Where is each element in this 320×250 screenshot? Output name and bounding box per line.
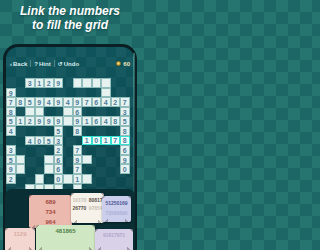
grid-cell[interactable]: 8 <box>120 136 130 146</box>
tray-panel-four-digit: 1129 <box>5 228 35 250</box>
undo-button[interactable]: ↺ Undo <box>58 60 79 67</box>
grid-cell[interactable]: 8 <box>73 126 83 136</box>
grid-cell[interactable]: 6 <box>54 164 64 174</box>
grid-cell[interactable] <box>44 164 54 174</box>
tray-number[interactable]: 481865 <box>55 228 75 235</box>
grid-cell[interactable]: 9 <box>73 116 83 126</box>
grid-cell[interactable] <box>82 78 92 88</box>
back-label: Back <box>13 61 27 67</box>
grid-cell[interactable]: 3 <box>6 145 16 155</box>
grid-cell[interactable]: 4 <box>6 126 16 136</box>
tray-panel-eight-digit-b: 91817971 <box>95 229 133 250</box>
coin-icon <box>116 61 121 66</box>
tray-number: 73588690 <box>105 209 127 217</box>
banner-line-1: Link the numbers <box>0 4 140 18</box>
grid-cell[interactable]: 2 <box>44 78 54 88</box>
grid-cell[interactable]: 8 <box>16 97 26 107</box>
grid-cell[interactable]: 9 <box>6 88 16 98</box>
grid-cell[interactable] <box>44 155 54 165</box>
hint-icon: ? <box>34 61 38 67</box>
grid-cell[interactable]: 8 <box>111 116 121 126</box>
grid-cell[interactable]: 7 <box>120 97 130 107</box>
grid-cell[interactable] <box>35 107 45 117</box>
tray-panel-five-digit: 10178808172677097854 <box>71 193 104 223</box>
toolbar: ‹ Back ? Hint ↺ Undo 60 <box>10 58 130 69</box>
grid-cell[interactable] <box>63 174 73 184</box>
grid-cell[interactable]: 0 <box>92 136 102 146</box>
grid-cell[interactable] <box>63 116 73 126</box>
grid-cell[interactable]: 0 <box>120 164 130 174</box>
tray-number: 1129 <box>13 231 26 238</box>
grid-cell[interactable]: 3 <box>120 107 130 117</box>
grid-cell[interactable]: 9 <box>54 78 64 88</box>
toolbar-divider <box>30 60 31 67</box>
tray-panel-eight-digit-a: 5125016973588690 <box>102 196 131 222</box>
grid-cell[interactable]: 6 <box>120 145 130 155</box>
coin-amount: 60 <box>123 61 130 67</box>
grid-cell[interactable]: 4 <box>101 116 111 126</box>
banner-line-2: to fill the grid <box>0 18 140 32</box>
grid-cell[interactable]: 6 <box>92 97 102 107</box>
grid-cell[interactable]: 9 <box>54 97 64 107</box>
grid-cell[interactable] <box>101 88 111 98</box>
grid-cell[interactable] <box>82 155 92 165</box>
grid-cell[interactable]: 9 <box>6 164 16 174</box>
hint-button[interactable]: ? Hint <box>34 61 50 67</box>
grid-cell[interactable]: 4 <box>101 97 111 107</box>
grid-cell[interactable]: 1 <box>82 116 92 126</box>
grid-cell[interactable]: 6 <box>92 116 102 126</box>
grid-cell[interactable] <box>73 78 83 88</box>
grid-cell[interactable]: 1 <box>35 78 45 88</box>
grid-cell[interactable]: 9 <box>54 116 64 126</box>
grid-cell[interactable]: 0 <box>35 136 45 146</box>
grid-cell[interactable]: 4 <box>63 97 73 107</box>
back-chevron-icon: ‹ <box>10 61 12 67</box>
grid-cell[interactable] <box>82 174 92 184</box>
tray-number: 91817971 <box>103 232 125 239</box>
grid-cell[interactable] <box>92 78 102 88</box>
grid-cell[interactable]: 4 <box>44 97 54 107</box>
grid-cell[interactable]: 2 <box>54 145 64 155</box>
grid-cell[interactable]: 7 <box>111 136 121 146</box>
tray-number[interactable]: 26770 <box>72 205 86 212</box>
grid-cell[interactable]: 5 <box>25 97 35 107</box>
grid-cell[interactable]: 3 <box>54 136 64 146</box>
grid-cell[interactable]: 2 <box>6 174 16 184</box>
tray-number[interactable]: 80817 <box>89 197 103 204</box>
grid-cell[interactable] <box>16 155 26 165</box>
grid-cell[interactable]: 1 <box>101 136 111 146</box>
grid-cell[interactable]: 7 <box>6 97 16 107</box>
grid-cell[interactable]: 9 <box>35 116 45 126</box>
grid-cell[interactable]: 6 <box>54 155 64 165</box>
grid-cell[interactable]: 5 <box>120 116 130 126</box>
grid-cell[interactable]: 5 <box>54 126 64 136</box>
undo-label: Undo <box>64 61 79 67</box>
hint-label: Hint <box>39 61 51 67</box>
number-tray: 6897349641017880817267709785451250169735… <box>5 189 135 250</box>
grid-cell[interactable]: 1 <box>16 116 26 126</box>
coin-counter: 60 <box>116 61 130 67</box>
grid-cell[interactable]: 1 <box>82 136 92 146</box>
back-button[interactable]: ‹ Back <box>10 61 27 67</box>
grid-cell[interactable]: 3 <box>25 78 35 88</box>
grid-cell[interactable]: 2 <box>111 97 121 107</box>
grid-cell[interactable]: 5 <box>44 136 54 146</box>
grid-cell[interactable]: 4 <box>25 136 35 146</box>
grid-cell[interactable] <box>16 164 26 174</box>
ad-banner: Link the numbers to fill the grid <box>0 4 140 32</box>
grid-cell[interactable]: 0 <box>54 174 64 184</box>
grid-cell[interactable]: 2 <box>25 116 35 126</box>
grid-cell[interactable] <box>63 107 73 117</box>
grid-cell[interactable]: 7 <box>73 164 83 174</box>
grid-cell[interactable]: 1 <box>73 174 83 184</box>
undo-icon: ↺ <box>58 60 63 67</box>
tray-panel-six-digit: 481865 <box>36 225 95 250</box>
tray-number: 10178 <box>72 197 86 204</box>
grid-cell[interactable]: 5 <box>6 116 16 126</box>
grid-cell[interactable]: 9 <box>73 97 83 107</box>
grid-cell[interactable] <box>35 174 45 184</box>
tray-number[interactable]: 689 <box>45 198 55 206</box>
grid-cell[interactable]: 5 <box>6 155 16 165</box>
tray-number: 97854 <box>89 205 103 212</box>
tray-number[interactable]: 51250169 <box>105 199 127 207</box>
grid-cell[interactable]: 7 <box>82 97 92 107</box>
puzzle-grid: 3129978594949764278635129999164854588405… <box>6 78 130 193</box>
grid-cell[interactable]: 8 <box>6 107 16 117</box>
grid-cell[interactable]: 9 <box>120 155 130 165</box>
grid-cell[interactable]: 8 <box>120 126 130 136</box>
grid-cell[interactable]: 7 <box>73 145 83 155</box>
grid-cell[interactable]: 9 <box>73 155 83 165</box>
grid-cell[interactable]: 9 <box>35 97 45 107</box>
grid-cell[interactable]: 6 <box>73 107 83 117</box>
grid-cell[interactable]: 9 <box>44 116 54 126</box>
grid-cell[interactable] <box>101 78 111 88</box>
tray-panel-three-digit: 689734964 <box>29 195 72 228</box>
toolbar-divider <box>54 60 55 67</box>
tray-number[interactable]: 734 <box>45 208 55 216</box>
grid-cell[interactable] <box>25 107 35 117</box>
